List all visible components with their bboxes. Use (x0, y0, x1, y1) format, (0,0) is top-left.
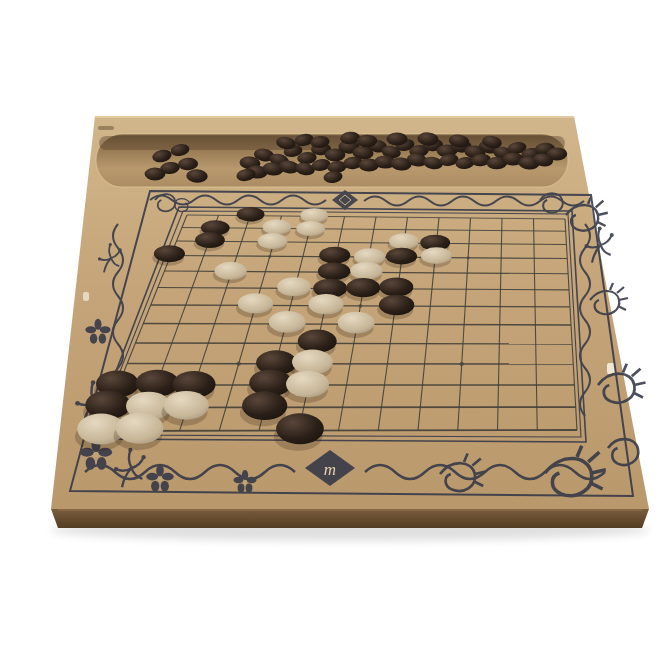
go-stone-white-r1c5[interactable] (300, 208, 328, 222)
go-stone-white-r5c7[interactable] (350, 262, 382, 280)
go-stone-white-r11c6[interactable] (286, 371, 329, 398)
go-stone-white-r8c7[interactable] (338, 312, 375, 334)
go-board-photo: m (0, 0, 660, 660)
go-stone-white-r2c5[interactable] (296, 221, 325, 236)
go-stone-white-r4c9[interactable] (421, 247, 452, 264)
board-front-side (51, 509, 649, 528)
edge-stamp-mark (98, 126, 114, 130)
go-stone-white-r5c3[interactable] (214, 262, 246, 280)
go-stone-black-r5c6[interactable] (318, 262, 350, 280)
hoshi-point (268, 255, 271, 258)
go-stone-black-r6c7[interactable] (346, 278, 380, 297)
medallion-glyph: m (324, 460, 336, 479)
go-board-product-photo: m (0, 0, 660, 660)
go-stone-black-r12c5[interactable] (242, 391, 287, 420)
go-stone-white-r3c8[interactable] (389, 233, 419, 249)
go-stone-white-r6c5[interactable] (277, 277, 311, 296)
go-stone-white-r3c4[interactable] (258, 233, 288, 249)
go-stone-black-r9c6[interactable] (298, 330, 337, 353)
go-stone-black-r4c8[interactable] (386, 248, 417, 265)
go-stone-white-r2c4[interactable] (263, 219, 292, 234)
go-stone-black-r4c6[interactable] (319, 247, 350, 264)
go-stone-white-r10c6[interactable] (292, 350, 333, 375)
go-stone-white-r7c6[interactable] (308, 294, 343, 314)
go-stone-white-r13c2[interactable] (116, 413, 164, 444)
go-stone-black-r13c6[interactable] (276, 413, 324, 444)
hoshi-point (236, 361, 240, 365)
go-stone-black-r6c8[interactable] (379, 278, 413, 297)
go-stone-black-r1c3[interactable] (237, 207, 265, 221)
go-stone-black-r4c1[interactable] (154, 245, 185, 262)
left-edge-notch (83, 292, 89, 301)
hoshi-point (358, 304, 362, 308)
go-stone-black-r7c8[interactable] (379, 295, 414, 315)
hoshi-point (460, 362, 464, 366)
go-stone-white-r7c4[interactable] (238, 293, 273, 313)
go-stone-white-r8c5[interactable] (269, 311, 306, 333)
go-stone-black-r3c2[interactable] (195, 232, 225, 248)
hoshi-point (466, 256, 469, 259)
tray-stone-black[interactable] (145, 168, 166, 181)
go-stone-white-r12c3[interactable] (164, 391, 209, 420)
